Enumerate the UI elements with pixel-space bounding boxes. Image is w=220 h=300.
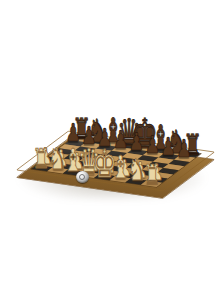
piece-black-pawn-e7: ♟ [129, 131, 144, 156]
piece-black-pawn-f7: ♟ [145, 133, 160, 158]
clasp-ring [79, 174, 85, 180]
piece-black-pawn-g7: ♟ [161, 135, 176, 160]
piece-white-rook-h1: ♜ [144, 161, 161, 188]
product-photo: ♜♞♝♛♚♝♞♜♟♟♟♟♟♟♟♟♟♟♟♟♟♟♟♟♜♞♝♛♚♝♞♜ [0, 0, 220, 300]
piece-black-pawn-h7: ♟ [176, 138, 191, 163]
clasp-latch [76, 171, 89, 183]
pieces-layer: ♜♞♝♛♚♝♞♜♟♟♟♟♟♟♟♟♟♟♟♟♟♟♟♟♜♞♝♛♚♝♞♜ [0, 0, 220, 300]
